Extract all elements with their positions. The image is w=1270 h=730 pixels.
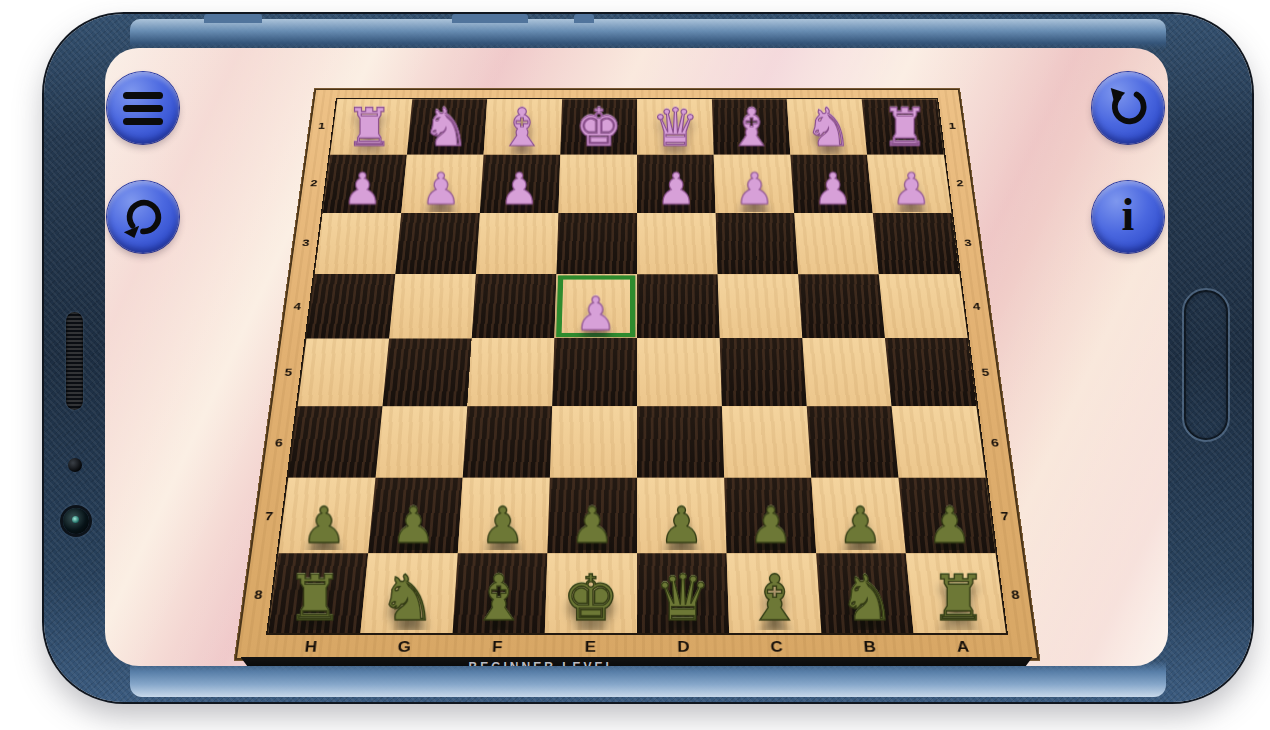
square-e7[interactable]: ♟ [547, 478, 637, 553]
white-queen-d1[interactable]: ♛ [637, 101, 714, 154]
white-pawn-b2[interactable]: ♟ [793, 167, 871, 211]
restart-arrow-icon [120, 194, 166, 240]
white-pawn-d2[interactable]: ♟ [637, 167, 715, 211]
square-d4[interactable] [637, 274, 720, 338]
square-a3[interactable] [872, 213, 959, 274]
black-rook-a8[interactable]: ♜ [912, 567, 1004, 630]
square-d6[interactable] [637, 406, 724, 477]
square-b4[interactable] [798, 274, 885, 338]
board-grid: ♜♞♝♚♛♝♞♜♟♟♟♟♟♟♟♟♟♟♟♟♟♟♟♟♜♞♝♚♛♝♞♜ [266, 98, 1008, 635]
square-h5[interactable] [297, 338, 388, 406]
square-c8[interactable]: ♝ [726, 553, 821, 633]
white-pawn-f2[interactable]: ♟ [480, 167, 558, 211]
square-d1[interactable]: ♛ [637, 99, 714, 155]
black-pawn-f7[interactable]: ♟ [458, 500, 547, 550]
square-h7[interactable]: ♟ [278, 478, 375, 553]
restart-button[interactable] [107, 181, 179, 253]
white-rook-a1[interactable]: ♜ [866, 101, 943, 154]
square-g6[interactable] [375, 406, 467, 477]
file-label-a: A [915, 637, 1011, 658]
square-b1[interactable]: ♞ [786, 99, 866, 155]
square-e4[interactable]: ♟ [554, 274, 637, 338]
square-f2[interactable]: ♟ [479, 155, 559, 213]
square-a6[interactable] [891, 406, 985, 477]
file-label-e: E [543, 637, 637, 658]
square-h2[interactable]: ♟ [322, 155, 406, 213]
phone-top-rail [130, 19, 1166, 49]
square-f1[interactable]: ♝ [483, 99, 561, 155]
file-label-d: D [637, 637, 731, 658]
chessboard-frame: 12345678 12345678 HGFEDCBA ♜♞♝♚♛♝♞♜♟♟♟♟♟… [237, 90, 1037, 658]
phone-volume-button [452, 14, 528, 23]
black-pawn-a7[interactable]: ♟ [905, 500, 994, 550]
level-text: BEGINNER LEVEL [469, 660, 616, 666]
white-knight-b1[interactable]: ♞ [790, 101, 867, 154]
app-screen: i 12345678 12345678 HGFEDCBA ♜♞♝♚♛♝♞♜♟♟♟… [105, 48, 1168, 666]
home-button-outline [1182, 288, 1230, 442]
phone-frame: i 12345678 12345678 HGFEDCBA ♜♞♝♚♛♝♞♜♟♟♟… [44, 14, 1252, 702]
file-label-h: H [263, 637, 359, 658]
square-h8[interactable]: ♜ [268, 553, 368, 633]
square-a2[interactable]: ♟ [867, 155, 951, 213]
undo-arrow-icon [1105, 85, 1151, 131]
square-b6[interactable] [806, 406, 898, 477]
white-pawn-c2[interactable]: ♟ [715, 167, 793, 211]
square-f7[interactable]: ♟ [457, 478, 549, 553]
black-bishop-c8[interactable]: ♝ [728, 567, 820, 630]
white-pawn-h2[interactable]: ♟ [323, 167, 401, 211]
square-g3[interactable] [395, 213, 480, 274]
black-pawn-c7[interactable]: ♟ [726, 500, 815, 550]
square-f4[interactable] [471, 274, 556, 338]
square-e2[interactable] [558, 155, 637, 213]
info-icon: i [1122, 192, 1135, 238]
black-queen-d8[interactable]: ♛ [637, 567, 729, 630]
square-e8[interactable]: ♚ [544, 553, 636, 633]
square-f8[interactable]: ♝ [452, 553, 547, 633]
white-rook-h1[interactable]: ♜ [330, 101, 407, 154]
square-b5[interactable] [802, 338, 891, 406]
proximity-sensor [68, 458, 82, 472]
square-d7[interactable]: ♟ [637, 478, 727, 553]
square-a5[interactable] [884, 338, 975, 406]
chessboard-scene: 12345678 12345678 HGFEDCBA ♜♞♝♚♛♝♞♜♟♟♟♟♟… [237, 52, 1037, 666]
file-label-g: G [356, 637, 451, 658]
chessboard-3d: 12345678 12345678 HGFEDCBA ♜♞♝♚♛♝♞♜♟♟♟♟♟… [237, 90, 1037, 658]
info-button[interactable]: i [1092, 181, 1164, 253]
square-f3[interactable] [475, 213, 558, 274]
square-g1[interactable]: ♞ [406, 99, 486, 155]
square-h1[interactable]: ♜ [330, 99, 412, 155]
square-a1[interactable]: ♜ [861, 99, 943, 155]
square-d5[interactable] [637, 338, 722, 406]
file-label-b: B [822, 637, 917, 658]
square-c6[interactable] [721, 406, 810, 477]
black-rook-h8[interactable]: ♜ [269, 567, 361, 630]
white-pawn-g2[interactable]: ♟ [401, 167, 479, 211]
white-pawn-a2[interactable]: ♟ [872, 167, 950, 211]
black-bishop-f8[interactable]: ♝ [453, 567, 545, 630]
square-g7[interactable]: ♟ [368, 478, 462, 553]
square-c2[interactable]: ♟ [713, 155, 793, 213]
square-d8[interactable]: ♛ [637, 553, 729, 633]
black-knight-b8[interactable]: ♞ [820, 567, 912, 630]
white-king-e1[interactable]: ♚ [560, 101, 637, 154]
square-d2[interactable]: ♟ [637, 155, 716, 213]
square-h3[interactable] [314, 213, 401, 274]
square-e5[interactable] [552, 338, 637, 406]
square-e3[interactable] [556, 213, 637, 274]
menu-button[interactable] [107, 72, 179, 144]
square-g8[interactable]: ♞ [360, 553, 457, 633]
black-king-e8[interactable]: ♚ [545, 567, 637, 630]
square-g2[interactable]: ♟ [401, 155, 483, 213]
black-pawn-h7[interactable]: ♟ [279, 500, 368, 550]
square-c1[interactable]: ♝ [711, 99, 789, 155]
white-bishop-c1[interactable]: ♝ [713, 101, 790, 154]
black-knight-g8[interactable]: ♞ [361, 567, 453, 630]
file-label-f: F [450, 637, 544, 658]
square-a7[interactable]: ♟ [898, 478, 995, 553]
square-h6[interactable] [288, 406, 382, 477]
black-pawn-e7[interactable]: ♟ [547, 500, 636, 550]
phone-antenna-band [204, 14, 262, 23]
white-pawn-e4[interactable]: ♟ [554, 290, 636, 336]
undo-button[interactable] [1092, 72, 1164, 144]
square-c5[interactable] [719, 338, 806, 406]
square-b8[interactable]: ♞ [816, 553, 913, 633]
square-e6[interactable] [549, 406, 636, 477]
square-c7[interactable]: ♟ [724, 478, 816, 553]
front-camera [63, 508, 89, 534]
square-b7[interactable]: ♟ [811, 478, 905, 553]
square-e1[interactable]: ♚ [560, 99, 637, 155]
black-pawn-g7[interactable]: ♟ [368, 500, 457, 550]
hamburger-icon [123, 92, 163, 125]
phone-power-button [574, 14, 594, 23]
square-f5[interactable] [467, 338, 554, 406]
white-knight-g1[interactable]: ♞ [407, 101, 484, 154]
square-f6[interactable] [462, 406, 551, 477]
square-d3[interactable] [637, 213, 718, 274]
square-g5[interactable] [382, 338, 471, 406]
black-pawn-b7[interactable]: ♟ [815, 500, 904, 550]
white-bishop-f1[interactable]: ♝ [483, 101, 560, 154]
speaker-grille [66, 312, 83, 410]
square-h4[interactable] [306, 274, 395, 338]
square-c3[interactable] [715, 213, 798, 274]
square-g4[interactable] [389, 274, 476, 338]
square-a4[interactable] [878, 274, 967, 338]
square-c4[interactable] [717, 274, 802, 338]
square-b3[interactable] [794, 213, 879, 274]
file-labels: HGFEDCBA [263, 637, 1011, 658]
square-b2[interactable]: ♟ [790, 155, 872, 213]
square-a8[interactable]: ♜ [905, 553, 1005, 633]
black-pawn-d7[interactable]: ♟ [637, 500, 726, 550]
board-bottom-edge: BEGINNER LEVEL [241, 657, 1033, 666]
file-label-c: C [729, 637, 823, 658]
phone-bottom-rail [130, 661, 1166, 697]
